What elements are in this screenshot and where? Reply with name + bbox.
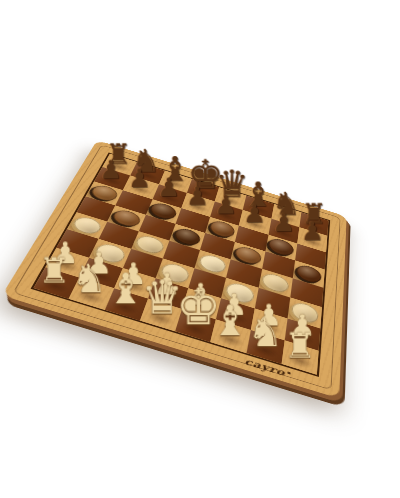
piece-shadow xyxy=(272,226,295,240)
square-h3 xyxy=(287,298,322,329)
square-e3 xyxy=(188,268,226,298)
chess-checkers-board: ♜♞♝♚♛♝♞♜♟♟♟♟♟♟♟♟♟♟♟♟♟♟♟♟♜♞♝♛♚♝♞♜ cayro xyxy=(2,140,347,398)
piece-shadow xyxy=(187,298,215,316)
scene: ♜♞♝♚♛♝♞♜♟♟♟♟♟♟♟♟♟♟♟♟♟♟♟♟♜♞♝♛♚♝♞♜ cayro xyxy=(0,0,400,498)
piece-shadow xyxy=(286,351,314,371)
product-photo-canvas: ♜♞♝♚♛♝♞♜♟♟♟♟♟♟♟♟♟♟♟♟♟♟♟♟♜♞♝♛♚♝♞♜ cayro xyxy=(0,0,400,498)
piece-shadow xyxy=(180,319,210,338)
